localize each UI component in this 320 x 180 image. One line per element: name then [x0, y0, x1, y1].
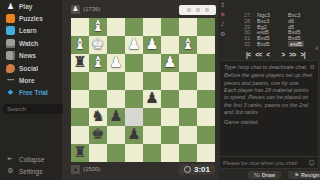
learn-icon	[6, 26, 15, 35]
piece-white-bishop: ♝	[89, 18, 107, 36]
sidebar-item-play[interactable]: ♟ Play	[0, 0, 62, 12]
sidebar-item-label: Free Trial	[19, 89, 48, 96]
collapse-label: Collapse	[19, 156, 44, 163]
sidebar-item-label: Watch	[19, 40, 38, 47]
sidebar-footer: ⇤ Collapse ⚙ Settings	[0, 153, 62, 178]
chat-description: Before the game players set up their pie…	[220, 72, 318, 117]
piece-white-bishop: ♝	[71, 36, 89, 54]
play-pawn-icon: ♟	[6, 2, 15, 11]
player-bottom-name: (1500)	[83, 166, 100, 172]
piece-black-rook: ♜	[71, 144, 89, 162]
square[interactable]	[107, 72, 125, 90]
square[interactable]	[107, 144, 125, 162]
toolbar-icon	[205, 8, 209, 12]
square[interactable]	[125, 54, 143, 72]
chess-board: ♝♝♚♟♟♝♜♝♟♟♟♞♟♚♟♜	[71, 18, 215, 162]
square[interactable]	[197, 36, 215, 54]
draw-label: Draw	[262, 172, 275, 178]
square[interactable]: ♝	[71, 36, 89, 54]
square[interactable]	[179, 18, 197, 36]
clock-icon	[184, 166, 191, 173]
square[interactable]	[197, 72, 215, 90]
move-list: 27. Ngc3 Bxc3 28. Bxc3 d6 29. Bg2 d5 30.…	[244, 12, 320, 47]
piece-black-rook: ♜	[71, 54, 89, 72]
piece-black-pawn: ♟	[107, 108, 125, 126]
piece-black-knight: ♞	[89, 108, 107, 126]
square[interactable]	[179, 54, 197, 72]
more-dots-icon: ⋯	[6, 76, 15, 85]
square[interactable]	[143, 72, 161, 90]
square[interactable]	[197, 108, 215, 126]
square[interactable]	[197, 126, 215, 144]
board-toolbar[interactable]	[179, 5, 216, 15]
chat-settings-icon[interactable]: ⚙	[310, 63, 315, 70]
square[interactable]: ♝	[89, 54, 107, 72]
square[interactable]	[71, 18, 89, 36]
square[interactable]	[179, 72, 197, 90]
piece-white-bishop: ♝	[89, 54, 107, 72]
square[interactable]	[125, 108, 143, 126]
square[interactable]	[143, 108, 161, 126]
sidebar-item-more[interactable]: ⋯ More	[0, 74, 62, 86]
square[interactable]: ♟	[143, 90, 161, 108]
square[interactable]	[197, 54, 215, 72]
sidebar-item-label: Social	[19, 65, 38, 72]
black-pawn-avatar-icon: ♟	[71, 165, 80, 174]
white-pawn-avatar-icon: ♟	[71, 5, 80, 14]
sidebar-item-label: More	[19, 77, 35, 84]
move-black-selected[interactable]: exd5	[288, 41, 304, 47]
nav-back-fast-button[interactable]: <<	[255, 51, 262, 58]
piece-white-bishop: ♝	[179, 36, 197, 54]
square[interactable]: ♝	[179, 36, 197, 54]
piece-white-pawn: ♟	[161, 54, 179, 72]
sidebar-item-social[interactable]: Social	[0, 62, 62, 74]
nav-first-button[interactable]: |<	[246, 51, 251, 58]
gear-icon[interactable]: ⚙	[220, 31, 225, 37]
resize-grip-icon[interactable]: ◢	[314, 44, 318, 50]
square[interactable]	[179, 108, 197, 126]
sidebar-item-puzzles[interactable]: Puzzles	[0, 12, 62, 24]
chat-input-placeholder: Please be nice when you chat!	[223, 160, 298, 166]
toolbar-icon	[187, 8, 191, 12]
square[interactable]: ♟	[161, 54, 179, 72]
square[interactable]: ♟	[125, 36, 143, 54]
game-area: ♟ (1736) ♝♝♚♟♟♝♜♝♟♟♟♞♟♚♟♜ ♟ (1500) 3:01	[62, 0, 218, 180]
gear-icon: ⚙	[6, 167, 15, 176]
toolbar-icon	[196, 8, 200, 12]
square[interactable]	[89, 72, 107, 90]
piece-white-pawn: ♟	[107, 54, 125, 72]
sidebar-item-label: Puzzles	[19, 15, 43, 22]
square[interactable]	[143, 144, 161, 162]
square[interactable]	[161, 36, 179, 54]
draw-half-icon: ½	[254, 172, 260, 178]
diamond-icon: ◆	[6, 88, 15, 97]
draw-button[interactable]: ½ Draw	[248, 171, 281, 179]
panel-icon-strip: ↕ ⚑ ♪ ⚙	[220, 2, 225, 37]
sidebar-item-learn[interactable]: Learn	[0, 25, 62, 37]
chat-box: ⚙ Type /stop chat to deactivate chat. Be…	[219, 60, 319, 169]
nav-back-button[interactable]: <	[266, 51, 269, 58]
sidebar-item-news[interactable]: News	[0, 50, 62, 62]
square[interactable]: ♚	[89, 126, 107, 144]
chat-input[interactable]: Please be nice when you chat! ☺	[220, 156, 318, 168]
square[interactable]: ♟	[125, 126, 143, 144]
flag-icon[interactable]: ⚑	[220, 12, 225, 18]
nav-forward-fast-button[interactable]: >>	[289, 51, 296, 58]
square[interactable]	[161, 144, 179, 162]
social-bubble-icon	[6, 64, 15, 73]
resign-flag-icon: ⚑	[294, 172, 299, 178]
square[interactable]	[143, 54, 161, 72]
player-top-name: (1736)	[83, 6, 100, 12]
emoji-icon[interactable]: ☺	[308, 159, 315, 167]
square[interactable]	[125, 90, 143, 108]
square[interactable]	[161, 90, 179, 108]
piece-white-pawn: ♟	[143, 36, 161, 54]
sidebar-item-label: News	[19, 52, 36, 59]
square[interactable]	[143, 18, 161, 36]
move-white[interactable]: Bxd5	[257, 41, 288, 47]
resign-button[interactable]: ⚑ Resign	[288, 171, 320, 179]
square[interactable]: ♟	[107, 108, 125, 126]
square[interactable]	[71, 90, 89, 108]
square[interactable]	[89, 90, 107, 108]
chat-notice: Type /stop chat to deactivate chat.	[220, 61, 318, 72]
square[interactable]	[107, 90, 125, 108]
search-input[interactable]	[3, 104, 63, 114]
square[interactable]: ♚	[89, 36, 107, 54]
square[interactable]: ♟	[143, 36, 161, 54]
piece-black-pawn: ♟	[143, 90, 161, 108]
square[interactable]	[71, 108, 89, 126]
square[interactable]	[197, 144, 215, 162]
watch-tv-icon	[6, 39, 15, 48]
collapse-icon: ⇤	[6, 155, 15, 164]
square[interactable]	[89, 144, 107, 162]
sidebar-item-label: Learn	[19, 27, 37, 34]
sidebar: ♟ Play Puzzles Learn Watch News Social ⋯…	[0, 0, 62, 180]
square[interactable]	[125, 144, 143, 162]
move-row: 32. Bxd5 exd5	[244, 41, 320, 47]
square[interactable]: ♞	[89, 108, 107, 126]
sidebar-item-watch[interactable]: Watch	[0, 37, 62, 49]
chat-status: Game started.	[220, 117, 318, 125]
clock-time: 3:01	[194, 165, 210, 174]
square[interactable]	[179, 126, 197, 144]
square[interactable]	[107, 126, 125, 144]
square[interactable]: ♟	[107, 54, 125, 72]
settings-button[interactable]: ⚙ Settings	[0, 166, 62, 178]
game-panel: ↕ ⚑ ♪ ⚙ 27. Ngc3 Bxc3 28. Bxc3 d6 29. Bg…	[218, 0, 320, 180]
sidebar-item-label: Play	[19, 3, 32, 10]
square[interactable]	[107, 36, 125, 54]
square[interactable]	[161, 18, 179, 36]
flip-board-icon[interactable]: ↕	[220, 2, 225, 8]
square[interactable]	[125, 72, 143, 90]
square[interactable]	[125, 18, 143, 36]
nav-forward-button[interactable]: >	[282, 51, 285, 58]
puzzles-icon	[6, 14, 15, 23]
piece-black-king: ♚	[89, 126, 107, 144]
square[interactable]	[179, 90, 197, 108]
square[interactable]	[179, 144, 197, 162]
settings-label: Settings	[19, 168, 43, 175]
news-icon	[6, 51, 15, 60]
player-clock: 3:01	[179, 164, 215, 175]
player-bottom-bar: ♟ (1500) 3:01	[71, 163, 215, 175]
square[interactable]: ♝	[89, 18, 107, 36]
square[interactable]	[143, 126, 161, 144]
game-actions: ½ Draw ⚑ Resign	[248, 171, 316, 179]
collapse-button[interactable]: ⇤ Collapse	[0, 153, 62, 165]
sound-icon[interactable]: ♪	[221, 21, 225, 27]
nav-last-button[interactable]: >|	[300, 51, 305, 58]
resign-label: Resign	[301, 172, 319, 178]
sidebar-item-free-trial[interactable]: ◆ Free Trial	[0, 87, 62, 99]
square[interactable]	[161, 108, 179, 126]
piece-black-pawn: ♟	[125, 126, 143, 144]
piece-white-pawn: ♟	[125, 36, 143, 54]
move-nav: |< << < > >> >|	[246, 51, 320, 58]
square[interactable]	[71, 72, 89, 90]
square[interactable]	[161, 72, 179, 90]
square[interactable]	[161, 126, 179, 144]
square[interactable]: ♜	[71, 54, 89, 72]
square[interactable]	[197, 90, 215, 108]
square[interactable]	[71, 126, 89, 144]
piece-white-king: ♚	[89, 36, 107, 54]
square[interactable]	[197, 18, 215, 36]
move-number: 32.	[244, 41, 257, 47]
square[interactable]	[107, 18, 125, 36]
square[interactable]: ♜	[71, 144, 89, 162]
